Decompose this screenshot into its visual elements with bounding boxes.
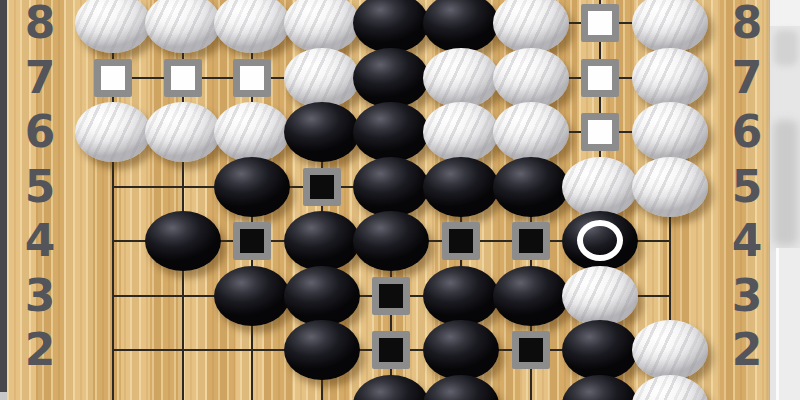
stone-white — [284, 48, 360, 108]
point-C4[interactable] — [218, 214, 286, 268]
point-C8[interactable] — [218, 0, 286, 50]
point-J6[interactable] — [636, 105, 704, 159]
stone-black — [284, 320, 360, 380]
point-F8[interactable] — [427, 0, 495, 50]
stone-white — [562, 157, 638, 217]
territory-marker-black — [233, 222, 271, 260]
stone-black — [284, 211, 360, 271]
point-H8[interactable] — [566, 0, 634, 50]
point-E1[interactable] — [357, 378, 425, 400]
point-J8[interactable] — [636, 0, 704, 50]
stone-black — [423, 320, 499, 380]
point-E4[interactable] — [357, 214, 425, 268]
territory-marker-black — [512, 331, 550, 369]
point-E2[interactable] — [357, 323, 425, 377]
point-C1[interactable] — [218, 378, 286, 400]
stone-white — [493, 48, 569, 108]
territory-marker-white — [581, 113, 619, 151]
point-F7[interactable] — [427, 51, 495, 105]
stone-black — [214, 266, 290, 326]
stone-white — [562, 266, 638, 326]
point-D6[interactable] — [288, 105, 356, 159]
point-F3[interactable] — [427, 269, 495, 323]
point-H1[interactable] — [566, 378, 634, 400]
point-E6[interactable] — [357, 105, 425, 159]
stone-black — [353, 102, 429, 162]
stone-black — [353, 375, 429, 400]
stone-black — [145, 211, 221, 271]
stone-white — [423, 48, 499, 108]
territory-marker-white — [94, 59, 132, 97]
point-C5[interactable] — [218, 160, 286, 214]
point-G2[interactable] — [497, 323, 565, 377]
point-E5[interactable] — [357, 160, 425, 214]
point-D3[interactable] — [288, 269, 356, 323]
territory-marker-black — [372, 277, 410, 315]
territory-marker-black — [372, 331, 410, 369]
point-D7[interactable] — [288, 51, 356, 105]
stone-white — [145, 0, 221, 53]
territory-marker-white — [233, 59, 271, 97]
point-A7[interactable] — [79, 51, 147, 105]
point-A8[interactable] — [79, 0, 147, 50]
stone-white — [145, 102, 221, 162]
territory-marker-white — [164, 59, 202, 97]
stone-black — [423, 157, 499, 217]
stone-black — [284, 102, 360, 162]
stone-white — [632, 375, 708, 400]
point-G8[interactable] — [497, 0, 565, 50]
stone-white — [493, 0, 569, 53]
point-B2[interactable] — [149, 323, 217, 377]
point-J3[interactable] — [636, 269, 704, 323]
territory-marker-white — [581, 4, 619, 42]
stone-black — [562, 375, 638, 400]
point-J1[interactable] — [636, 378, 704, 400]
stone-white — [214, 0, 290, 53]
territory-marker-white — [581, 59, 619, 97]
stone-black — [353, 0, 429, 53]
stone-white — [632, 157, 708, 217]
stone-white — [632, 320, 708, 380]
stone-black — [423, 266, 499, 326]
last-move-circle-mark — [577, 220, 623, 261]
point-H3[interactable] — [566, 269, 634, 323]
stone-black — [353, 157, 429, 217]
point-H7[interactable] — [566, 51, 634, 105]
point-H6[interactable] — [566, 105, 634, 159]
point-A3[interactable] — [79, 269, 147, 323]
stone-white — [214, 102, 290, 162]
point-E8[interactable] — [357, 0, 425, 50]
territory-marker-black — [442, 222, 480, 260]
point-A6[interactable] — [79, 105, 147, 159]
point-D2[interactable] — [288, 323, 356, 377]
point-C6[interactable] — [218, 105, 286, 159]
stone-black — [423, 375, 499, 400]
point-C7[interactable] — [218, 51, 286, 105]
point-G6[interactable] — [497, 105, 565, 159]
point-H5[interactable] — [566, 160, 634, 214]
point-F5[interactable] — [427, 160, 495, 214]
point-B7[interactable] — [149, 51, 217, 105]
point-B5[interactable] — [149, 160, 217, 214]
point-F6[interactable] — [427, 105, 495, 159]
point-G7[interactable] — [497, 51, 565, 105]
point-J7[interactable] — [636, 51, 704, 105]
point-B8[interactable] — [149, 0, 217, 50]
point-H4[interactable] — [566, 214, 634, 268]
point-D4[interactable] — [288, 214, 356, 268]
point-A1[interactable] — [79, 378, 147, 400]
point-G1[interactable] — [497, 378, 565, 400]
stone-black — [423, 0, 499, 53]
stone-black — [353, 48, 429, 108]
stone-white — [632, 0, 708, 53]
point-A4[interactable] — [79, 214, 147, 268]
go-app-screen: 88776655443322 — [0, 0, 800, 400]
stone-white — [632, 48, 708, 108]
stone-black — [493, 266, 569, 326]
stone-black — [562, 320, 638, 380]
point-G4[interactable] — [497, 214, 565, 268]
point-D1[interactable] — [288, 378, 356, 400]
point-C2[interactable] — [218, 323, 286, 377]
point-B1[interactable] — [149, 378, 217, 400]
point-G5[interactable] — [497, 160, 565, 214]
point-F4[interactable] — [427, 214, 495, 268]
go-board — [0, 0, 800, 400]
point-C3[interactable] — [218, 269, 286, 323]
point-B4[interactable] — [149, 214, 217, 268]
point-H2[interactable] — [566, 323, 634, 377]
point-B6[interactable] — [149, 105, 217, 159]
point-A5[interactable] — [79, 160, 147, 214]
point-G3[interactable] — [497, 269, 565, 323]
territory-marker-black — [303, 168, 341, 206]
stone-black-last-move — [562, 211, 638, 271]
point-D5[interactable] — [288, 160, 356, 214]
point-F1[interactable] — [427, 378, 495, 400]
stone-white — [423, 102, 499, 162]
point-F2[interactable] — [427, 323, 495, 377]
point-J4[interactable] — [636, 214, 704, 268]
point-E3[interactable] — [357, 269, 425, 323]
stone-white — [75, 0, 151, 53]
point-J2[interactable] — [636, 323, 704, 377]
point-E7[interactable] — [357, 51, 425, 105]
stone-white — [284, 0, 360, 53]
point-A2[interactable] — [79, 323, 147, 377]
stone-black — [284, 266, 360, 326]
stone-black — [493, 157, 569, 217]
point-D8[interactable] — [288, 0, 356, 50]
stone-white — [493, 102, 569, 162]
stone-white — [632, 102, 708, 162]
stone-black — [353, 211, 429, 271]
point-J5[interactable] — [636, 160, 704, 214]
point-B3[interactable] — [149, 269, 217, 323]
stone-black — [214, 157, 290, 217]
stone-white — [75, 102, 151, 162]
territory-marker-black — [512, 222, 550, 260]
